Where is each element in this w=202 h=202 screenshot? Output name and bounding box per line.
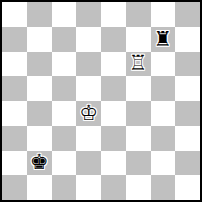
square-g5[interactable] xyxy=(151,76,176,101)
square-e6[interactable] xyxy=(101,52,126,77)
square-c6[interactable] xyxy=(52,52,77,77)
square-e2[interactable] xyxy=(101,151,126,176)
square-g6[interactable] xyxy=(151,52,176,77)
square-d6[interactable] xyxy=(76,52,101,77)
square-a2[interactable] xyxy=(2,151,27,176)
square-f5[interactable] xyxy=(126,76,151,101)
square-e8[interactable] xyxy=(101,2,126,27)
square-b4[interactable] xyxy=(27,101,52,126)
square-b8[interactable] xyxy=(27,2,52,27)
square-h6[interactable] xyxy=(175,52,200,77)
square-e4[interactable] xyxy=(101,101,126,126)
square-a7[interactable] xyxy=(2,27,27,52)
square-f7[interactable] xyxy=(126,27,151,52)
square-f8[interactable] xyxy=(126,2,151,27)
square-g1[interactable] xyxy=(151,175,176,200)
square-h1[interactable] xyxy=(175,175,200,200)
square-e3[interactable] xyxy=(101,126,126,151)
square-b3[interactable] xyxy=(27,126,52,151)
square-g2[interactable] xyxy=(151,151,176,176)
square-b6[interactable] xyxy=(27,52,52,77)
square-g4[interactable] xyxy=(151,101,176,126)
square-b1[interactable] xyxy=(27,175,52,200)
white-rook-f6: ♖ xyxy=(129,53,148,74)
square-c2[interactable] xyxy=(52,151,77,176)
square-d2[interactable] xyxy=(76,151,101,176)
square-f2[interactable] xyxy=(126,151,151,176)
square-a3[interactable] xyxy=(2,126,27,151)
square-f4[interactable] xyxy=(126,101,151,126)
square-g3[interactable] xyxy=(151,126,176,151)
square-b2[interactable]: ♚ xyxy=(27,151,52,176)
square-a6[interactable] xyxy=(2,52,27,77)
square-e1[interactable] xyxy=(101,175,126,200)
square-b7[interactable] xyxy=(27,27,52,52)
square-a5[interactable] xyxy=(2,76,27,101)
square-d1[interactable] xyxy=(76,175,101,200)
square-c8[interactable] xyxy=(52,2,77,27)
board-grid: ♜♖♔♚ xyxy=(2,2,200,200)
square-h4[interactable] xyxy=(175,101,200,126)
square-d5[interactable] xyxy=(76,76,101,101)
black-king-b2: ♚ xyxy=(30,152,49,173)
square-c3[interactable] xyxy=(52,126,77,151)
square-f1[interactable] xyxy=(126,175,151,200)
square-a8[interactable] xyxy=(2,2,27,27)
square-d4[interactable]: ♔ xyxy=(76,101,101,126)
square-c5[interactable] xyxy=(52,76,77,101)
chess-board: ♜♖♔♚ xyxy=(0,0,202,202)
square-b5[interactable] xyxy=(27,76,52,101)
square-e5[interactable] xyxy=(101,76,126,101)
square-a4[interactable] xyxy=(2,101,27,126)
black-rook-g7: ♜ xyxy=(153,29,172,50)
square-h7[interactable] xyxy=(175,27,200,52)
square-a1[interactable] xyxy=(2,175,27,200)
square-c4[interactable] xyxy=(52,101,77,126)
square-d7[interactable] xyxy=(76,27,101,52)
white-king-d4: ♔ xyxy=(79,103,98,124)
square-f6[interactable]: ♖ xyxy=(126,52,151,77)
square-h3[interactable] xyxy=(175,126,200,151)
square-g8[interactable] xyxy=(151,2,176,27)
square-c7[interactable] xyxy=(52,27,77,52)
square-e7[interactable] xyxy=(101,27,126,52)
square-c1[interactable] xyxy=(52,175,77,200)
square-f3[interactable] xyxy=(126,126,151,151)
square-h2[interactable] xyxy=(175,151,200,176)
square-h8[interactable] xyxy=(175,2,200,27)
square-h5[interactable] xyxy=(175,76,200,101)
square-d3[interactable] xyxy=(76,126,101,151)
square-g7[interactable]: ♜ xyxy=(151,27,176,52)
square-d8[interactable] xyxy=(76,2,101,27)
